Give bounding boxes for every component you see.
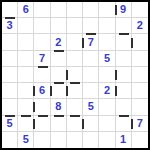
cell-r7c6-given-5[interactable]: 5 bbox=[83, 99, 99, 115]
cell-r1c4[interactable] bbox=[51, 2, 67, 18]
cell-r2c9-given-2[interactable]: 2 bbox=[132, 18, 148, 34]
cell-r4c6[interactable] bbox=[83, 51, 99, 67]
cell-r2c4[interactable] bbox=[51, 18, 67, 34]
cell-r3c1[interactable] bbox=[2, 34, 18, 50]
cell-r9c6[interactable] bbox=[83, 132, 99, 148]
cell-r1c8-given-9[interactable]: 9 bbox=[116, 2, 132, 18]
cell-r3c9[interactable] bbox=[132, 34, 148, 50]
cell-r8c4[interactable] bbox=[51, 116, 67, 132]
cell-r2c1-given-3[interactable]: 3 bbox=[2, 18, 18, 34]
cell-r5c5[interactable] bbox=[67, 67, 83, 83]
cell-r6c2[interactable] bbox=[18, 83, 34, 99]
cell-r9c4[interactable] bbox=[51, 132, 67, 148]
cell-r6c1[interactable] bbox=[2, 83, 18, 99]
cell-r7c2[interactable] bbox=[18, 99, 34, 115]
cell-r5c2[interactable] bbox=[18, 67, 34, 83]
cell-r2c2[interactable] bbox=[18, 18, 34, 34]
cell-r1c7[interactable] bbox=[99, 2, 115, 18]
cell-r6c3-given-6[interactable]: 6 bbox=[34, 83, 50, 99]
cell-r3c8[interactable] bbox=[116, 34, 132, 50]
cell-r2c5[interactable] bbox=[67, 18, 83, 34]
cell-r3c3[interactable] bbox=[34, 34, 50, 50]
cell-r3c2[interactable] bbox=[18, 34, 34, 50]
cell-r6c7-given-2[interactable]: 2 bbox=[99, 83, 115, 99]
cell-r9c3[interactable] bbox=[34, 132, 50, 148]
cell-r8c6[interactable] bbox=[83, 116, 99, 132]
cell-r5c1[interactable] bbox=[2, 67, 18, 83]
cell-r6c8[interactable] bbox=[116, 83, 132, 99]
cell-r1c5[interactable] bbox=[67, 2, 83, 18]
cell-r3c5[interactable] bbox=[67, 34, 83, 50]
cell-r8c2[interactable] bbox=[18, 116, 34, 132]
cell-r3c4-given-2[interactable]: 2 bbox=[51, 34, 67, 50]
cell-r5c9[interactable] bbox=[132, 67, 148, 83]
cell-r6c4[interactable] bbox=[51, 83, 67, 99]
cell-r9c7[interactable] bbox=[99, 132, 115, 148]
cell-r5c8[interactable] bbox=[116, 67, 132, 83]
cell-r5c7[interactable] bbox=[99, 67, 115, 83]
cell-r2c3[interactable] bbox=[34, 18, 50, 34]
cell-r4c9[interactable] bbox=[132, 51, 148, 67]
cell-r1c9[interactable] bbox=[132, 2, 148, 18]
cell-r4c7-given-5[interactable]: 5 bbox=[99, 51, 115, 67]
cell-r6c5[interactable] bbox=[67, 83, 83, 99]
cell-r2c8[interactable] bbox=[116, 18, 132, 34]
cell-r4c4[interactable] bbox=[51, 51, 67, 67]
cell-r5c4[interactable] bbox=[51, 67, 67, 83]
cell-r7c4-given-8[interactable]: 8 bbox=[51, 99, 67, 115]
cell-r4c8[interactable] bbox=[116, 51, 132, 67]
cell-r5c3[interactable] bbox=[34, 67, 50, 83]
cell-r4c1[interactable] bbox=[2, 51, 18, 67]
cell-r1c2-given-6[interactable]: 6 bbox=[18, 2, 34, 18]
cell-r9c2-given-5[interactable]: 5 bbox=[18, 132, 34, 148]
cell-r1c3[interactable] bbox=[34, 2, 50, 18]
cell-r8c9-given-7[interactable]: 7 bbox=[132, 116, 148, 132]
cell-r3c7[interactable] bbox=[99, 34, 115, 50]
cell-r7c5[interactable] bbox=[67, 99, 83, 115]
cell-r2c7[interactable] bbox=[99, 18, 115, 34]
cell-r9c9[interactable] bbox=[132, 132, 148, 148]
cell-r8c7[interactable] bbox=[99, 116, 115, 132]
cell-r8c8[interactable] bbox=[116, 116, 132, 132]
cell-r4c2[interactable] bbox=[18, 51, 34, 67]
cell-r7c7[interactable] bbox=[99, 99, 115, 115]
cell-r7c9[interactable] bbox=[132, 99, 148, 115]
cell-r7c1[interactable] bbox=[2, 99, 18, 115]
cell-r1c1[interactable] bbox=[2, 2, 18, 18]
cell-r7c3[interactable] bbox=[34, 99, 50, 115]
cell-r5c6[interactable] bbox=[83, 67, 99, 83]
cell-r7c8[interactable] bbox=[116, 99, 132, 115]
cell-r9c5[interactable] bbox=[67, 132, 83, 148]
cell-r8c5[interactable] bbox=[67, 116, 83, 132]
cell-r6c9[interactable] bbox=[132, 83, 148, 99]
cell-r8c1-given-5[interactable]: 5 bbox=[2, 116, 18, 132]
cell-r9c8-given-1[interactable]: 1 bbox=[116, 132, 132, 148]
cell-r1c6[interactable] bbox=[83, 2, 99, 18]
cell-r2c6[interactable] bbox=[83, 18, 99, 34]
cell-r4c5[interactable] bbox=[67, 51, 83, 67]
cell-r4c3-given-7[interactable]: 7 bbox=[34, 51, 50, 67]
cell-r9c1[interactable] bbox=[2, 132, 18, 148]
puzzle-board: 6932277562855751 bbox=[0, 0, 150, 150]
cell-r8c3[interactable] bbox=[34, 116, 50, 132]
cell-r6c6[interactable] bbox=[83, 83, 99, 99]
cell-r3c6-given-7[interactable]: 7 bbox=[83, 34, 99, 50]
